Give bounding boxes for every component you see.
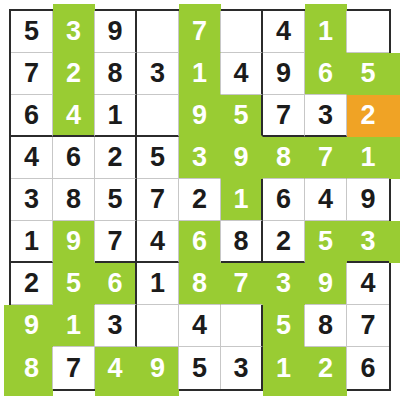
highlight-bleed-right [389,137,400,179]
cell-r8c3[interactable]: 3 [95,305,137,347]
cell-r9c5[interactable]: 5 [179,347,221,389]
cell-r6c2[interactable]: 9 [53,221,95,263]
cell-r3c8[interactable]: 3 [305,95,347,137]
cell-r7c5[interactable]: 8 [179,263,221,305]
cell-r9c2[interactable]: 7 [53,347,95,389]
cell-r5c3[interactable]: 5 [95,179,137,221]
cell-r1c1[interactable]: 5 [11,11,53,53]
cell-r6c7[interactable]: 2 [263,221,305,263]
cell-r4c8[interactable]: 7 [305,137,347,179]
highlight-bleed-bottom [263,389,305,396]
cell-r5c6[interactable]: 1 [221,179,263,221]
cell-r8c6[interactable] [221,305,263,347]
cell-r2c7[interactable]: 9 [263,53,305,95]
cell-r8c1[interactable]: 9 [11,305,53,347]
cell-r1c7[interactable]: 4 [263,11,305,53]
cell-r6c6[interactable]: 8 [221,221,263,263]
cell-r6c8[interactable]: 5 [305,221,347,263]
cell-r9c9[interactable]: 6 [347,347,389,389]
cell-r2c3[interactable]: 8 [95,53,137,95]
cell-r5c5[interactable]: 2 [179,179,221,221]
cell-r2c4[interactable]: 3 [137,53,179,95]
cell-r3c3[interactable]: 1 [95,95,137,137]
cell-r4c6[interactable]: 9 [221,137,263,179]
highlight-bleed-bottom [137,389,179,396]
cell-r7c1[interactable]: 2 [11,263,53,305]
cell-r5c9[interactable]: 9 [347,179,389,221]
highlight-bleed-left [4,305,11,347]
sudoku-board: 5397417283149656419573246253987138572164… [9,9,391,391]
highlight-bleed-right [389,221,400,263]
cell-r3c6[interactable]: 5 [221,95,263,137]
cell-r1c2[interactable]: 3 [53,11,95,53]
highlight-bleed-right [389,53,400,95]
cell-r2c6[interactable]: 4 [221,53,263,95]
cell-r9c7[interactable]: 1 [263,347,305,389]
cell-r7c7[interactable]: 3 [263,263,305,305]
cell-r1c3[interactable]: 9 [95,11,137,53]
cell-r6c1[interactable]: 1 [11,221,53,263]
cell-r5c4[interactable]: 7 [137,179,179,221]
cell-r4c7[interactable]: 8 [263,137,305,179]
cell-r7c2[interactable]: 5 [53,263,95,305]
cell-r7c3[interactable]: 6 [95,263,137,305]
cell-r3c1[interactable]: 6 [11,95,53,137]
cell-r1c6[interactable] [221,11,263,53]
cell-r8c7[interactable]: 5 [263,305,305,347]
cell-r2c2[interactable]: 2 [53,53,95,95]
cell-r2c8[interactable]: 6 [305,53,347,95]
cell-r8c4[interactable] [137,305,179,347]
cell-r6c5[interactable]: 6 [179,221,221,263]
cell-r8c2[interactable]: 1 [53,305,95,347]
cell-r8c8[interactable]: 8 [305,305,347,347]
cell-r6c3[interactable]: 7 [95,221,137,263]
highlight-bleed-right [389,95,400,137]
highlight-bleed-left [4,347,11,396]
cell-r3c4[interactable] [137,95,179,137]
cell-r2c1[interactable]: 7 [11,53,53,95]
cell-r1c5[interactable]: 7 [179,11,221,53]
cell-r7c9[interactable]: 4 [347,263,389,305]
cell-r5c1[interactable]: 3 [11,179,53,221]
cell-r4c9[interactable]: 1 [347,137,389,179]
cell-r9c4[interactable]: 9 [137,347,179,389]
cell-r4c2[interactable]: 6 [53,137,95,179]
cell-r4c4[interactable]: 5 [137,137,179,179]
cell-r9c3[interactable]: 4 [95,347,137,389]
cell-r8c5[interactable]: 4 [179,305,221,347]
cell-r3c2[interactable]: 4 [53,95,95,137]
cell-r1c9[interactable] [347,11,389,53]
highlight-bleed-bottom [305,389,347,396]
cell-r5c2[interactable]: 8 [53,179,95,221]
highlight-bleed-top [53,4,95,11]
highlight-bleed-bottom [95,389,137,396]
cell-r7c8[interactable]: 9 [305,263,347,305]
cell-r3c9[interactable]: 2 [347,95,389,137]
cell-r4c1[interactable]: 4 [11,137,53,179]
highlight-bleed-bottom [4,389,53,396]
highlight-bleed-top [179,4,221,11]
cell-r5c7[interactable]: 6 [263,179,305,221]
cell-r7c4[interactable]: 1 [137,263,179,305]
cell-r6c4[interactable]: 4 [137,221,179,263]
cell-r5c8[interactable]: 4 [305,179,347,221]
cell-r9c8[interactable]: 2 [305,347,347,389]
cell-r3c5[interactable]: 9 [179,95,221,137]
cell-r3c7[interactable]: 7 [263,95,305,137]
cell-r4c5[interactable]: 3 [179,137,221,179]
cell-r9c1[interactable]: 8 [11,347,53,389]
sudoku-page: 5397417283149656419573246253987138572164… [0,0,400,400]
cell-r2c9[interactable]: 5 [347,53,389,95]
cell-r8c9[interactable]: 7 [347,305,389,347]
cell-r9c6[interactable]: 3 [221,347,263,389]
cell-r1c4[interactable] [137,11,179,53]
cell-r4c3[interactable]: 2 [95,137,137,179]
highlight-bleed-top [305,4,347,11]
cell-r6c9[interactable]: 3 [347,221,389,263]
cell-r1c8[interactable]: 1 [305,11,347,53]
sudoku-grid: 5397417283149656419573246253987138572164… [11,11,389,389]
cell-r7c6[interactable]: 7 [221,263,263,305]
cell-r2c5[interactable]: 1 [179,53,221,95]
